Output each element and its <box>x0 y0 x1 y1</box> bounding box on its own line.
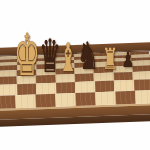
square <box>94 81 114 93</box>
chess-set-photo: ♚♛♝♞♜♟ <box>0 0 150 150</box>
square <box>55 93 75 107</box>
square <box>75 81 95 93</box>
square <box>15 94 35 108</box>
square <box>133 79 150 91</box>
square <box>115 91 135 105</box>
square <box>0 95 16 109</box>
board-squares <box>0 51 150 109</box>
square <box>95 92 115 106</box>
square <box>0 84 17 96</box>
square <box>16 83 36 95</box>
square <box>135 90 150 104</box>
square <box>55 82 75 94</box>
chess-board <box>0 42 150 127</box>
square <box>36 83 56 95</box>
square <box>35 94 55 108</box>
square <box>75 92 95 106</box>
square <box>114 80 134 92</box>
